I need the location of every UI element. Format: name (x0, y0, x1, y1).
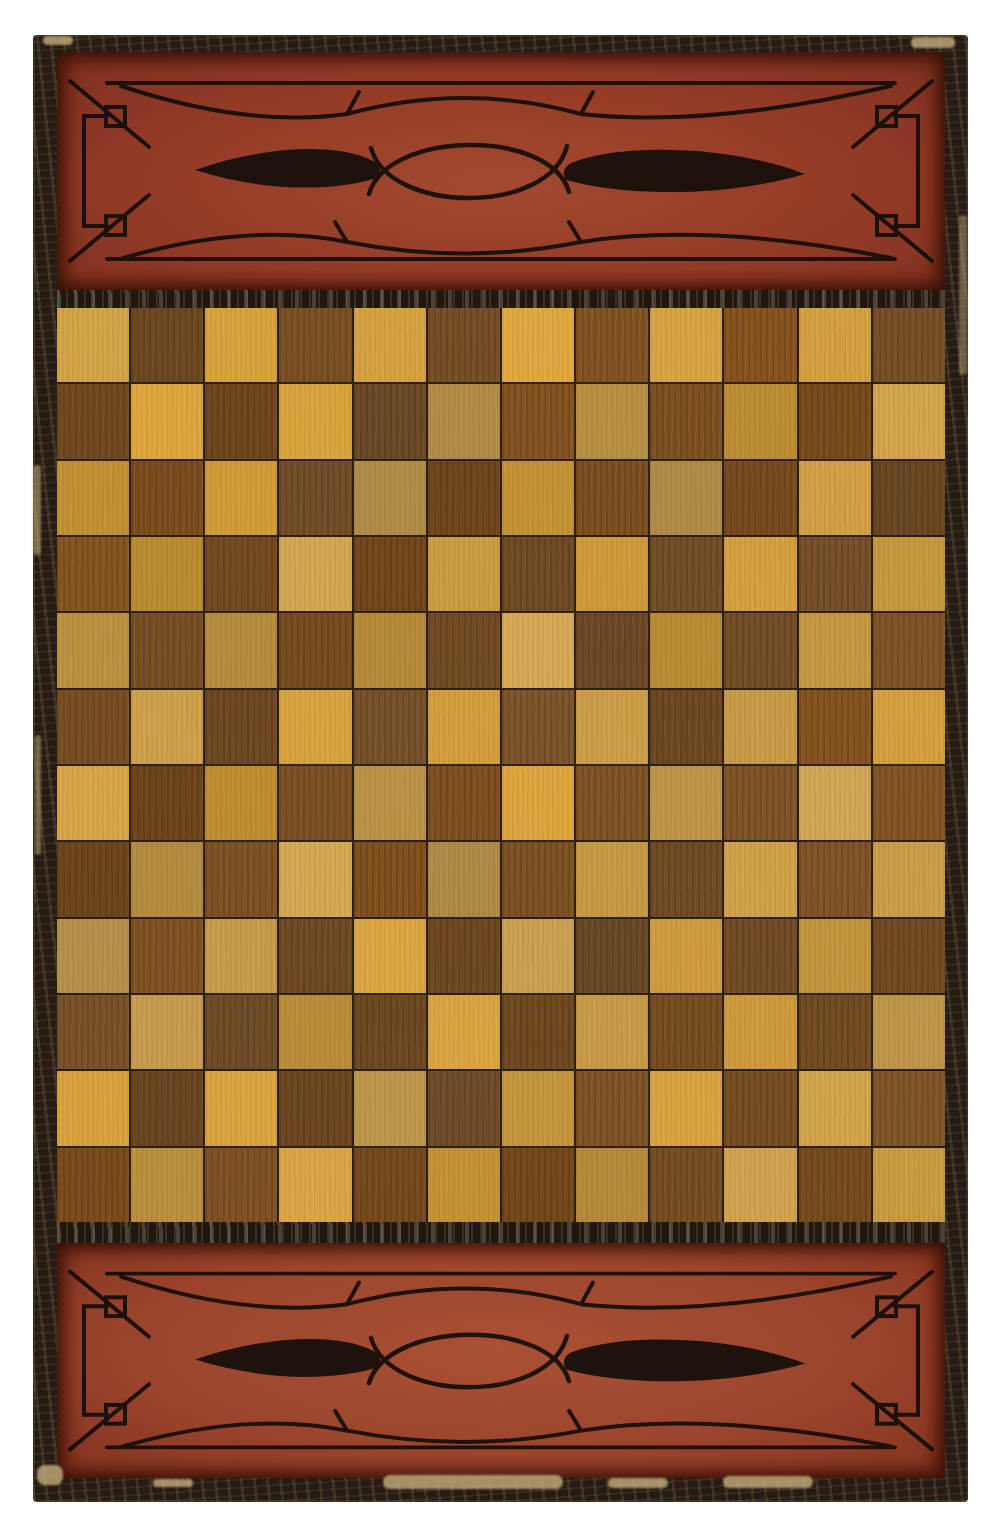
board-square (724, 613, 796, 687)
board-square (650, 1071, 722, 1145)
board-square (131, 995, 203, 1069)
board-square (724, 537, 796, 611)
board-square (131, 308, 203, 382)
board-square (576, 1071, 648, 1145)
wear-mark (383, 1475, 563, 1489)
board-square (205, 919, 277, 993)
board-square (57, 1148, 129, 1222)
board-square (576, 842, 648, 916)
board-square (205, 308, 277, 382)
board-square (131, 842, 203, 916)
top-red-panel (57, 52, 945, 290)
board-square (724, 308, 796, 382)
board-square (502, 461, 574, 535)
board-square (799, 842, 871, 916)
board-square (205, 1071, 277, 1145)
board-square (502, 842, 574, 916)
board-square (131, 461, 203, 535)
wear-mark (37, 1465, 63, 1485)
board-square (873, 613, 945, 687)
board-square (502, 690, 574, 764)
board-square (354, 537, 426, 611)
board-square (799, 766, 871, 840)
board-square (576, 690, 648, 764)
board-square (205, 690, 277, 764)
board-square (873, 308, 945, 382)
board-square (650, 690, 722, 764)
board-square (131, 919, 203, 993)
board-square (428, 919, 500, 993)
board-square (354, 919, 426, 993)
board-square (205, 766, 277, 840)
board-square (428, 766, 500, 840)
board-square (576, 995, 648, 1069)
pinstripe-decoration-top (57, 52, 945, 290)
board-square (428, 1071, 500, 1145)
board-square (354, 308, 426, 382)
wear-mark (35, 735, 41, 855)
board-square (205, 537, 277, 611)
board-square (650, 919, 722, 993)
board-square (57, 613, 129, 687)
board-square (650, 384, 722, 458)
wear-mark (959, 215, 967, 375)
board-square (354, 766, 426, 840)
wear-mark (153, 1479, 193, 1487)
board-square (205, 613, 277, 687)
board-square (354, 384, 426, 458)
wear-mark (33, 465, 41, 555)
board-square (576, 1148, 648, 1222)
board-square (131, 1148, 203, 1222)
board-square (724, 995, 796, 1069)
board-square (428, 384, 500, 458)
board-square (354, 461, 426, 535)
board-square (576, 384, 648, 458)
board-square (57, 537, 129, 611)
board-square (650, 995, 722, 1069)
board-square (650, 1148, 722, 1222)
board-square (873, 461, 945, 535)
board-square (502, 613, 574, 687)
board-square (873, 690, 945, 764)
board-square (502, 766, 574, 840)
board-square (428, 308, 500, 382)
board-square (799, 1071, 871, 1145)
board-square (724, 1148, 796, 1222)
board-square (205, 1148, 277, 1222)
board-square (131, 1071, 203, 1145)
board-square (724, 461, 796, 535)
board-square (650, 613, 722, 687)
board-square (799, 919, 871, 993)
board-square (57, 766, 129, 840)
board-square (724, 690, 796, 764)
board-square (724, 919, 796, 993)
board-square (724, 842, 796, 916)
board-square (576, 919, 648, 993)
board-square (502, 1071, 574, 1145)
board-square (279, 461, 351, 535)
board-square (799, 690, 871, 764)
board-square (279, 384, 351, 458)
board-square (354, 995, 426, 1069)
board-square (799, 384, 871, 458)
board-square (799, 613, 871, 687)
board-square (279, 613, 351, 687)
board-square (205, 384, 277, 458)
board-square (131, 384, 203, 458)
board-square (799, 537, 871, 611)
board-square (279, 690, 351, 764)
board-square (576, 461, 648, 535)
board-square (873, 919, 945, 993)
board-square (650, 537, 722, 611)
board-square (799, 461, 871, 535)
board-square (502, 384, 574, 458)
board-square (57, 919, 129, 993)
board-square (57, 1071, 129, 1145)
board-square (428, 690, 500, 764)
board-square (279, 537, 351, 611)
board-square (650, 842, 722, 916)
board-square (354, 842, 426, 916)
separator-rail-bottom (57, 1222, 945, 1243)
board-square (724, 384, 796, 458)
board-square (279, 766, 351, 840)
board-square (205, 995, 277, 1069)
gameboard (33, 35, 968, 1502)
board-square (873, 384, 945, 458)
board-square (502, 308, 574, 382)
board-square (724, 766, 796, 840)
board-square (428, 537, 500, 611)
board-square (57, 842, 129, 916)
board-square (650, 766, 722, 840)
board-square (799, 308, 871, 382)
board-square (799, 1148, 871, 1222)
board-square (428, 842, 500, 916)
board-square (354, 1148, 426, 1222)
wear-mark (608, 1478, 668, 1488)
board-square (799, 995, 871, 1069)
wear-mark (911, 37, 955, 48)
board-square (57, 308, 129, 382)
board-square (502, 995, 574, 1069)
board-square (576, 537, 648, 611)
board-square (354, 613, 426, 687)
board-square (650, 308, 722, 382)
wear-mark (723, 1476, 813, 1488)
board-square (502, 919, 574, 993)
board-square (57, 690, 129, 764)
board-square (650, 461, 722, 535)
board-square (873, 842, 945, 916)
board-square (57, 461, 129, 535)
board-square (205, 842, 277, 916)
board-square (576, 766, 648, 840)
board-face (57, 52, 945, 1478)
board-square (428, 613, 500, 687)
board-square (279, 308, 351, 382)
board-square (873, 766, 945, 840)
board-square (354, 690, 426, 764)
board-square (57, 995, 129, 1069)
board-square (873, 537, 945, 611)
board-square (576, 308, 648, 382)
board-square (873, 1071, 945, 1145)
board-square (279, 995, 351, 1069)
board-square (57, 384, 129, 458)
board-square (279, 1071, 351, 1145)
board-square (724, 1071, 796, 1145)
board-square (131, 766, 203, 840)
board-square (354, 1071, 426, 1145)
photo-background (0, 0, 1000, 1531)
checkerboard-grid (57, 308, 945, 1222)
board-square (873, 1148, 945, 1222)
board-square (576, 613, 648, 687)
board-square (279, 1148, 351, 1222)
board-square (279, 842, 351, 916)
board-square (428, 461, 500, 535)
board-square (873, 995, 945, 1069)
board-square (131, 613, 203, 687)
pinstripe-decoration-bottom (57, 1243, 945, 1478)
board-square (279, 919, 351, 993)
bottom-red-panel (57, 1243, 945, 1478)
board-square (205, 461, 277, 535)
board-square (131, 537, 203, 611)
board-square (502, 1148, 574, 1222)
board-square (428, 995, 500, 1069)
wear-mark (43, 36, 73, 45)
board-square (428, 1148, 500, 1222)
separator-rail-top (57, 290, 945, 308)
board-square (502, 537, 574, 611)
board-square (131, 690, 203, 764)
